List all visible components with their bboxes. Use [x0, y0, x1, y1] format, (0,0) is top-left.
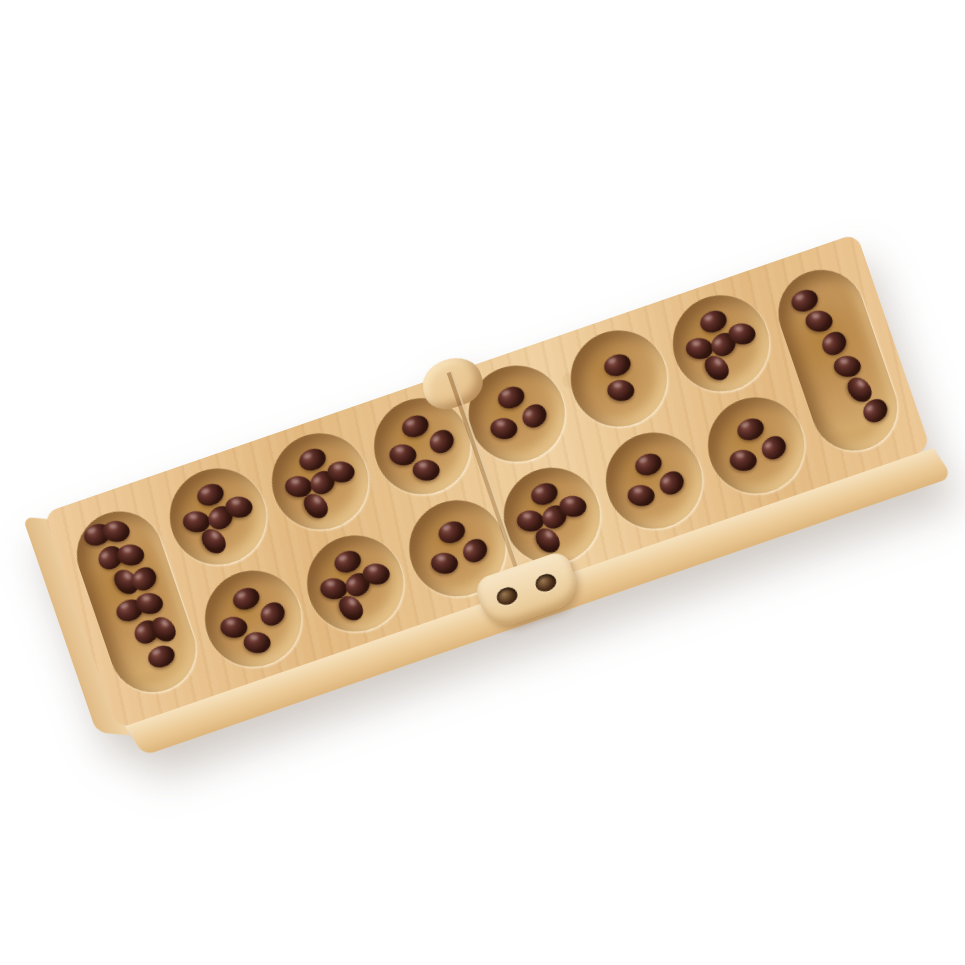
pit-front-2[interactable]: [294, 522, 416, 644]
seed: [117, 543, 145, 565]
seed: [627, 484, 655, 506]
mancala-board: [43, 233, 930, 729]
seed: [425, 425, 458, 458]
seed: [145, 642, 177, 671]
seed: [833, 356, 861, 378]
pit-front-6[interactable]: [695, 384, 817, 506]
seed: [729, 449, 757, 471]
seed: [495, 383, 527, 412]
seed: [632, 450, 664, 479]
right-pit-grid: [456, 282, 817, 576]
seed: [757, 431, 790, 464]
seed: [607, 379, 635, 401]
seed: [230, 584, 262, 613]
seed: [734, 415, 766, 444]
board-top-face: [43, 233, 930, 729]
seed: [430, 552, 458, 574]
seed: [243, 631, 271, 653]
photo-background: [0, 0, 965, 965]
pit-back-5[interactable]: [558, 317, 680, 439]
seed: [256, 598, 289, 631]
seed: [518, 399, 551, 432]
seed: [805, 310, 833, 332]
seed: [435, 518, 467, 547]
seed: [489, 417, 517, 439]
pit-back-6[interactable]: [660, 282, 782, 404]
seed: [601, 351, 633, 380]
seed: [220, 616, 248, 638]
left-pit-grid: [157, 385, 518, 679]
seed: [655, 466, 688, 499]
seed: [135, 592, 163, 614]
pit-front-1[interactable]: [192, 558, 314, 680]
seed: [399, 412, 431, 441]
seed: [412, 459, 440, 481]
pit-front-5[interactable]: [593, 420, 715, 542]
board-right-half: [450, 233, 931, 589]
hinge-hole-icon: [494, 585, 519, 608]
seed: [459, 534, 492, 567]
pit-back-2[interactable]: [259, 420, 381, 542]
hinge-hole-icon: [533, 571, 558, 594]
seed: [389, 444, 417, 466]
pit-back-1[interactable]: [157, 456, 279, 578]
board-left-half: [43, 373, 524, 729]
